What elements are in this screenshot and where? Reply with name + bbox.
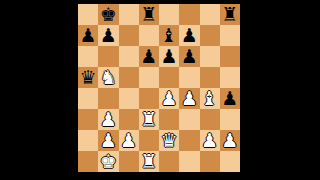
black-pawn[interactable]: ♟: [161, 47, 178, 66]
square-g5[interactable]: [200, 67, 220, 88]
square-e7[interactable]: ♝: [159, 25, 179, 46]
video-frame: ♚♜♜♟♟♝♟♟♟♟♛♞♟♟♝♟♟♜♟♟♛♟♟♚♜: [0, 0, 320, 180]
square-f4[interactable]: ♟: [179, 88, 199, 109]
square-f5[interactable]: [179, 67, 199, 88]
white-king[interactable]: ♚: [100, 152, 117, 171]
square-a1[interactable]: [78, 151, 98, 172]
square-b2[interactable]: ♟: [98, 130, 118, 151]
square-d6[interactable]: ♟: [139, 46, 159, 67]
square-h3[interactable]: [220, 109, 240, 130]
square-b4[interactable]: [98, 88, 118, 109]
square-h8[interactable]: ♜: [220, 4, 240, 25]
square-d8[interactable]: ♜: [139, 4, 159, 25]
white-pawn[interactable]: ♟: [201, 131, 218, 150]
square-b6[interactable]: [98, 46, 118, 67]
square-f7[interactable]: ♟: [179, 25, 199, 46]
square-g8[interactable]: [200, 4, 220, 25]
white-pawn[interactable]: ♟: [100, 110, 117, 129]
square-h2[interactable]: ♟: [220, 130, 240, 151]
square-c8[interactable]: [119, 4, 139, 25]
square-g7[interactable]: [200, 25, 220, 46]
square-b1[interactable]: ♚: [98, 151, 118, 172]
square-b5[interactable]: ♞: [98, 67, 118, 88]
square-f3[interactable]: [179, 109, 199, 130]
black-rook[interactable]: ♜: [140, 5, 157, 24]
black-pawn[interactable]: ♟: [100, 26, 117, 45]
black-queen[interactable]: ♛: [80, 68, 97, 87]
white-bishop[interactable]: ♝: [201, 89, 218, 108]
white-pawn[interactable]: ♟: [120, 131, 137, 150]
white-pawn[interactable]: ♟: [161, 89, 178, 108]
black-pawn[interactable]: ♟: [221, 89, 238, 108]
square-d5[interactable]: [139, 67, 159, 88]
black-pawn[interactable]: ♟: [181, 26, 198, 45]
square-c6[interactable]: [119, 46, 139, 67]
square-d7[interactable]: [139, 25, 159, 46]
square-h1[interactable]: [220, 151, 240, 172]
white-pawn[interactable]: ♟: [181, 89, 198, 108]
square-e2[interactable]: ♛: [159, 130, 179, 151]
white-rook[interactable]: ♜: [140, 152, 157, 171]
white-rook[interactable]: ♜: [140, 110, 157, 129]
black-pawn[interactable]: ♟: [80, 26, 97, 45]
square-b3[interactable]: ♟: [98, 109, 118, 130]
black-king[interactable]: ♚: [100, 5, 117, 24]
square-c4[interactable]: [119, 88, 139, 109]
square-c3[interactable]: [119, 109, 139, 130]
square-a7[interactable]: ♟: [78, 25, 98, 46]
square-g2[interactable]: ♟: [200, 130, 220, 151]
square-c2[interactable]: ♟: [119, 130, 139, 151]
square-d4[interactable]: [139, 88, 159, 109]
black-pawn[interactable]: ♟: [181, 47, 198, 66]
square-f6[interactable]: ♟: [179, 46, 199, 67]
square-c1[interactable]: [119, 151, 139, 172]
square-a4[interactable]: [78, 88, 98, 109]
white-pawn[interactable]: ♟: [100, 131, 117, 150]
square-c7[interactable]: [119, 25, 139, 46]
square-h7[interactable]: [220, 25, 240, 46]
square-h6[interactable]: [220, 46, 240, 67]
square-a5[interactable]: ♛: [78, 67, 98, 88]
square-e8[interactable]: [159, 4, 179, 25]
square-h4[interactable]: ♟: [220, 88, 240, 109]
square-b8[interactable]: ♚: [98, 4, 118, 25]
square-a6[interactable]: [78, 46, 98, 67]
black-pawn[interactable]: ♟: [140, 47, 157, 66]
chess-board: ♚♜♜♟♟♝♟♟♟♟♛♞♟♟♝♟♟♜♟♟♛♟♟♚♜: [78, 4, 240, 172]
square-f1[interactable]: [179, 151, 199, 172]
square-g4[interactable]: ♝: [200, 88, 220, 109]
square-f8[interactable]: [179, 4, 199, 25]
white-queen[interactable]: ♛: [161, 131, 178, 150]
square-g1[interactable]: [200, 151, 220, 172]
square-e1[interactable]: [159, 151, 179, 172]
square-d1[interactable]: ♜: [139, 151, 159, 172]
black-rook[interactable]: ♜: [221, 5, 238, 24]
square-d2[interactable]: [139, 130, 159, 151]
square-e5[interactable]: [159, 67, 179, 88]
square-a2[interactable]: [78, 130, 98, 151]
square-g6[interactable]: [200, 46, 220, 67]
square-h5[interactable]: [220, 67, 240, 88]
square-d3[interactable]: ♜: [139, 109, 159, 130]
square-e6[interactable]: ♟: [159, 46, 179, 67]
square-a8[interactable]: [78, 4, 98, 25]
square-f2[interactable]: [179, 130, 199, 151]
square-g3[interactable]: [200, 109, 220, 130]
white-knight[interactable]: ♞: [100, 68, 117, 87]
square-b7[interactable]: ♟: [98, 25, 118, 46]
black-bishop[interactable]: ♝: [161, 26, 178, 45]
square-c5[interactable]: [119, 67, 139, 88]
square-e4[interactable]: ♟: [159, 88, 179, 109]
square-e3[interactable]: [159, 109, 179, 130]
white-pawn[interactable]: ♟: [221, 131, 238, 150]
square-a3[interactable]: [78, 109, 98, 130]
